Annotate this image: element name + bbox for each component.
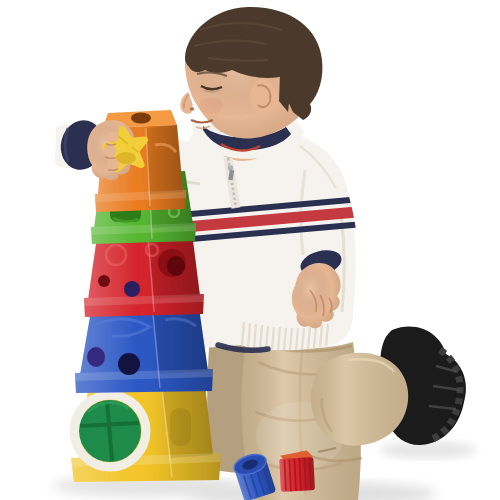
yellow-block-circle-window bbox=[74, 395, 146, 467]
red-block-hole bbox=[98, 275, 110, 287]
block-yellow bbox=[71, 385, 221, 482]
block-red bbox=[84, 233, 204, 317]
orange-block-top-hole bbox=[131, 113, 151, 124]
yellow-block-emboss bbox=[170, 408, 191, 446]
scene-illustration bbox=[0, 0, 500, 500]
child-head bbox=[180, 7, 322, 139]
floor-cube-block bbox=[279, 450, 315, 492]
photo-canvas bbox=[0, 0, 500, 500]
red-block-hole bbox=[124, 281, 140, 297]
child-mouth bbox=[191, 120, 213, 123]
blue-block-hole bbox=[87, 347, 105, 367]
child-ear bbox=[250, 79, 276, 113]
blue-block-hole bbox=[118, 353, 140, 375]
nose bbox=[180, 92, 192, 114]
